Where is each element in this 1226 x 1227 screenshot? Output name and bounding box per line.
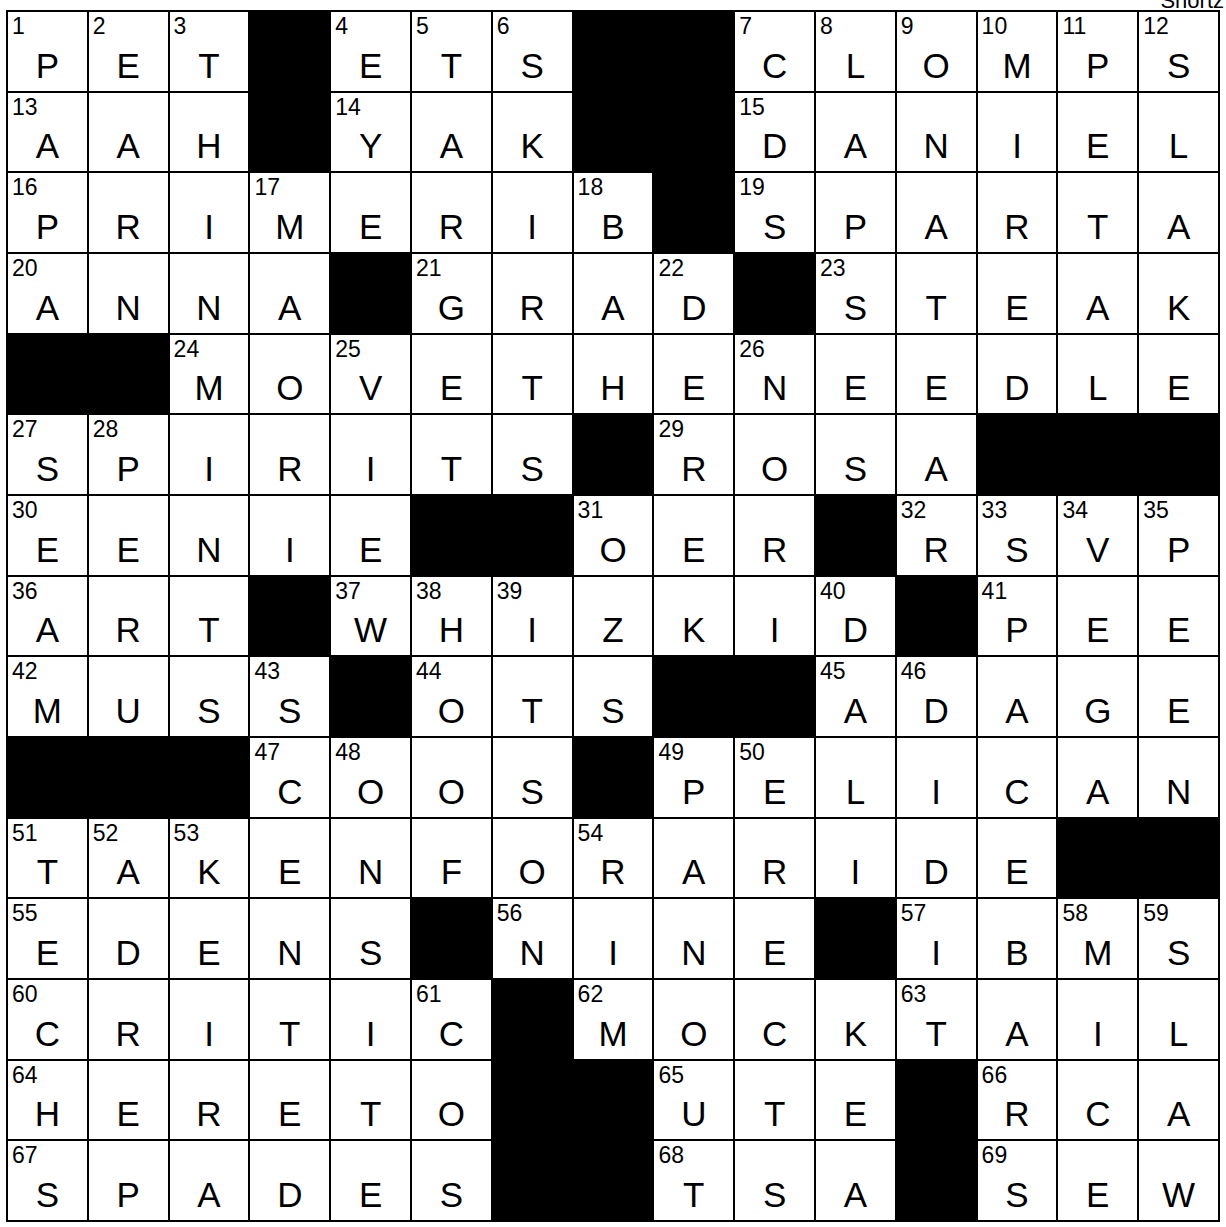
cell-r11c12[interactable]: D [897,819,976,898]
cell-r5c4[interactable]: O [250,335,329,414]
cell-r2c13[interactable]: I [978,93,1057,172]
cell-r5c6[interactable]: E [412,335,491,414]
cell-r5c15[interactable]: E [1139,335,1218,414]
cell-r12c15[interactable]: 59S [1139,899,1218,978]
cell-r4c6[interactable]: 21G [412,254,491,333]
cell-r2c1[interactable]: 13A [8,93,87,172]
cell-r2c5[interactable]: 14Y [331,93,410,172]
cell-letter: D [897,854,976,889]
cell-r3c4[interactable]: 17M [250,173,329,252]
cell-r3c3[interactable]: I [170,173,249,252]
clue-number: 60 [12,982,38,1006]
cell-r13c12[interactable]: 63T [897,980,976,1059]
black-cell [897,577,976,656]
cell-r2c3[interactable]: H [170,93,249,172]
cell-r15c2[interactable]: P [89,1141,168,1220]
cell-r10c15[interactable]: N [1139,738,1218,817]
cell-r7c8[interactable]: 31O [574,496,653,575]
cell-letter: O [331,774,410,809]
cell-letter: I [574,935,653,970]
cell-letter: A [8,290,87,325]
cell-letter: A [1058,290,1137,325]
clue-number: 49 [658,740,684,764]
cell-letter: U [654,1096,733,1131]
black-cell [250,12,329,91]
clue-number: 6 [497,14,510,38]
cell-letter: L [816,774,895,809]
clue-number: 63 [901,982,927,1006]
cell-r15c13[interactable]: 69S [978,1141,1057,1220]
cell-r12c7[interactable]: 56N [493,899,572,978]
cell-r1c15[interactable]: 12S [1139,12,1218,91]
clue-number: 42 [12,659,38,683]
cell-r3c8[interactable]: 18B [574,173,653,252]
cell-r6c4[interactable]: R [250,415,329,494]
clue-number: 20 [12,256,38,280]
cell-r8c9[interactable]: K [654,577,733,656]
cell-r15c6[interactable]: S [412,1141,491,1220]
cell-r7c14[interactable]: 34V [1058,496,1137,575]
cell-letter: S [493,774,572,809]
cell-r13c14[interactable]: I [1058,980,1137,1059]
cell-r14c2[interactable]: E [89,1061,168,1140]
cell-r12c13[interactable]: B [978,899,1057,978]
cell-r3c5[interactable]: E [331,173,410,252]
cell-r4c1[interactable]: 20A [8,254,87,333]
cell-r12c8[interactable]: I [574,899,653,978]
cell-r6c9[interactable]: 29R [654,415,733,494]
cell-r15c10[interactable]: S [735,1141,814,1220]
cell-letter: P [8,48,87,83]
clue-number: 10 [982,14,1008,38]
cell-r12c3[interactable]: E [170,899,249,978]
cell-r12c10[interactable]: E [735,899,814,978]
cell-letter: E [897,370,976,405]
cell-r2c10[interactable]: 15D [735,93,814,172]
cell-r1c7[interactable]: 6S [493,12,572,91]
clue-number: 25 [335,337,361,361]
cell-r10c11[interactable]: L [816,738,895,817]
cell-r14c15[interactable]: A [1139,1061,1218,1140]
black-cell [493,1141,572,1220]
cell-letter: R [735,854,814,889]
cell-r2c11[interactable]: A [816,93,895,172]
cell-r13c4[interactable]: T [250,980,329,1059]
cell-letter: T [735,1096,814,1131]
cell-r5c5[interactable]: 25V [331,335,410,414]
cell-r7c9[interactable]: E [654,496,733,575]
cell-letter: I [735,612,814,647]
black-cell [493,1061,572,1140]
cell-letter: S [8,1177,87,1212]
cell-r15c4[interactable]: D [250,1141,329,1220]
cell-r11c6[interactable]: F [412,819,491,898]
cell-r3c14[interactable]: T [1058,173,1137,252]
cell-r12c2[interactable]: D [89,899,168,978]
cell-r3c11[interactable]: P [816,173,895,252]
cell-r7c3[interactable]: N [170,496,249,575]
cell-r2c14[interactable]: E [1058,93,1137,172]
cell-r1c6[interactable]: 5T [412,12,491,91]
clue-number: 8 [820,14,833,38]
cell-r1c1[interactable]: 1P [8,12,87,91]
cell-letter: E [8,532,87,567]
cell-letter: T [412,451,491,486]
cell-r8c13[interactable]: 41P [978,577,1057,656]
cell-r12c14[interactable]: 58M [1058,899,1137,978]
cell-letter: T [170,612,249,647]
cell-r14c6[interactable]: O [412,1061,491,1140]
cell-letter: E [1058,128,1137,163]
cell-r15c14[interactable]: E [1058,1141,1137,1220]
cell-r9c6[interactable]: 44O [412,657,491,736]
clue-number: 44 [416,659,442,683]
clue-number: 45 [820,659,846,683]
cell-r14c9[interactable]: 65U [654,1061,733,1140]
cell-r9c14[interactable]: G [1058,657,1137,736]
clue-number: 57 [901,901,927,925]
cell-letter: S [1139,48,1218,83]
cell-r7c13[interactable]: 33S [978,496,1057,575]
cell-letter: O [412,774,491,809]
cell-r10c10[interactable]: 50E [735,738,814,817]
cell-r1c10[interactable]: 7C [735,12,814,91]
cell-letter: A [816,128,895,163]
cell-r4c12[interactable]: T [897,254,976,333]
black-cell [412,496,491,575]
cell-r3c2[interactable]: R [89,173,168,252]
cell-r11c10[interactable]: R [735,819,814,898]
cell-r11c13[interactable]: E [978,819,1057,898]
cell-letter: R [978,1096,1057,1131]
cell-r8c7[interactable]: 39I [493,577,572,656]
cell-letter: B [978,935,1057,970]
cell-r13c9[interactable]: O [654,980,733,1059]
cell-r13c1[interactable]: 60C [8,980,87,1059]
cell-r6c10[interactable]: O [735,415,814,494]
cell-r9c15[interactable]: E [1139,657,1218,736]
cell-r13c6[interactable]: 61C [412,980,491,1059]
cell-letter: R [89,612,168,647]
clue-number: 15 [739,95,765,119]
cell-letter: E [978,854,1057,889]
cell-letter: A [897,209,976,244]
cell-r13c5[interactable]: I [331,980,410,1059]
cell-letter: A [412,128,491,163]
cell-r4c3[interactable]: N [170,254,249,333]
cell-r10c13[interactable]: C [978,738,1057,817]
cell-r9c12[interactable]: 46D [897,657,976,736]
cell-letter: I [897,774,976,809]
cell-r10c9[interactable]: 49P [654,738,733,817]
cell-r1c2[interactable]: 2E [89,12,168,91]
cell-letter: L [1139,128,1218,163]
cell-r1c11[interactable]: 8L [816,12,895,91]
cell-r5c3[interactable]: 24M [170,335,249,414]
cell-r1c5[interactable]: 4E [331,12,410,91]
cell-r9c4[interactable]: 43S [250,657,329,736]
cell-r5c11[interactable]: E [816,335,895,414]
black-cell [8,335,87,414]
cell-r5c9[interactable]: E [654,335,733,414]
clue-number: 52 [93,821,119,845]
cell-r4c15[interactable]: K [1139,254,1218,333]
clue-number: 13 [12,95,38,119]
cell-r5c12[interactable]: E [897,335,976,414]
cell-r13c10[interactable]: C [735,980,814,1059]
cell-r5c14[interactable]: L [1058,335,1137,414]
cell-letter: R [250,451,329,486]
cell-letter: L [1058,370,1137,405]
cell-r10c12[interactable]: I [897,738,976,817]
cell-letter: M [574,1016,653,1051]
cell-letter: P [1058,48,1137,83]
cell-r11c5[interactable]: N [331,819,410,898]
cell-r6c11[interactable]: S [816,415,895,494]
cell-r15c5[interactable]: E [331,1141,410,1220]
cell-r4c8[interactable]: A [574,254,653,333]
cell-r2c12[interactable]: N [897,93,976,172]
cell-r14c4[interactable]: E [250,1061,329,1140]
cell-letter: A [170,1177,249,1212]
cell-letter: V [331,370,410,405]
cell-r6c5[interactable]: I [331,415,410,494]
cell-r4c14[interactable]: A [1058,254,1137,333]
clue-number: 28 [93,417,119,441]
cell-letter: A [897,451,976,486]
cell-r14c13[interactable]: 66R [978,1061,1057,1140]
cell-r15c15[interactable]: W [1139,1141,1218,1220]
clue-number: 55 [12,901,38,925]
cell-r12c4[interactable]: N [250,899,329,978]
cell-r11c3[interactable]: 53K [170,819,249,898]
cell-r6c1[interactable]: 27S [8,415,87,494]
cell-r8c1[interactable]: 36A [8,577,87,656]
cell-letter: P [89,451,168,486]
cell-r9c7[interactable]: T [493,657,572,736]
cell-r7c12[interactable]: 32R [897,496,976,575]
cell-r15c3[interactable]: A [170,1141,249,1220]
cell-r14c1[interactable]: 64H [8,1061,87,1140]
cell-r14c14[interactable]: C [1058,1061,1137,1140]
cell-r3c15[interactable]: A [1139,173,1218,252]
clue-number: 62 [578,982,604,1006]
clue-number: 69 [982,1143,1008,1167]
cell-r9c3[interactable]: S [170,657,249,736]
cell-r2c2[interactable]: A [89,93,168,172]
clue-number: 17 [254,175,280,199]
cell-letter: E [654,532,733,567]
cell-letter: E [331,48,410,83]
cell-letter: A [978,1016,1057,1051]
cell-r1c13[interactable]: 10M [978,12,1057,91]
cell-letter: K [1139,290,1218,325]
cell-letter: P [1139,532,1218,567]
cell-letter: I [170,1016,249,1051]
cell-letter: R [170,1096,249,1131]
cell-letter: E [331,532,410,567]
cell-r4c4[interactable]: A [250,254,329,333]
cell-letter: O [493,854,572,889]
cell-r13c11[interactable]: K [816,980,895,1059]
cell-r8c3[interactable]: T [170,577,249,656]
cell-r11c7[interactable]: O [493,819,572,898]
cell-r6c12[interactable]: A [897,415,976,494]
cell-r3c10[interactable]: 19S [735,173,814,252]
cell-r9c2[interactable]: U [89,657,168,736]
cell-r1c12[interactable]: 9O [897,12,976,91]
cell-letter: A [8,128,87,163]
cell-r10c6[interactable]: O [412,738,491,817]
cell-r6c6[interactable]: T [412,415,491,494]
clue-number: 67 [12,1143,38,1167]
cell-r10c14[interactable]: A [1058,738,1137,817]
cell-r9c13[interactable]: A [978,657,1057,736]
cell-r8c10[interactable]: I [735,577,814,656]
cell-r15c11[interactable]: A [816,1141,895,1220]
clue-number: 7 [739,14,752,38]
cell-r8c8[interactable]: Z [574,577,653,656]
cell-letter: A [250,290,329,325]
black-cell [654,657,733,736]
cell-r7c15[interactable]: 35P [1139,496,1218,575]
cell-r3c1[interactable]: 16P [8,173,87,252]
cell-r13c13[interactable]: A [978,980,1057,1059]
cell-r6c2[interactable]: 28P [89,415,168,494]
cell-r14c11[interactable]: E [816,1061,895,1140]
cell-r11c2[interactable]: 52A [89,819,168,898]
cell-r3c13[interactable]: R [978,173,1057,252]
cell-letter: D [816,612,895,647]
cell-letter: P [8,209,87,244]
cell-r4c7[interactable]: R [493,254,572,333]
cell-letter: T [8,854,87,889]
cell-letter: S [412,1177,491,1212]
cell-r2c7[interactable]: K [493,93,572,172]
cell-r14c10[interactable]: T [735,1061,814,1140]
clue-number: 65 [658,1063,684,1087]
clue-number: 61 [416,982,442,1006]
cell-r6c7[interactable]: S [493,415,572,494]
cell-letter: E [412,370,491,405]
cell-r8c6[interactable]: 38H [412,577,491,656]
cell-r1c14[interactable]: 11P [1058,12,1137,91]
cell-r13c3[interactable]: I [170,980,249,1059]
cell-r9c11[interactable]: 45A [816,657,895,736]
cell-r7c10[interactable]: R [735,496,814,575]
cell-r4c9[interactable]: 22D [654,254,733,333]
cell-r3c6[interactable]: R [412,173,491,252]
cell-letter: S [574,693,653,728]
cell-r8c15[interactable]: E [1139,577,1218,656]
cell-r12c1[interactable]: 55E [8,899,87,978]
cell-letter: E [1058,1177,1137,1212]
cell-r14c5[interactable]: T [331,1061,410,1140]
cell-r12c9[interactable]: N [654,899,733,978]
cell-r15c1[interactable]: 67S [8,1141,87,1220]
cell-letter: A [816,1177,895,1212]
cell-r4c11[interactable]: 23S [816,254,895,333]
cell-r12c5[interactable]: S [331,899,410,978]
cell-r10c7[interactable]: S [493,738,572,817]
black-cell [89,335,168,414]
cell-r4c13[interactable]: E [978,254,1057,333]
cell-r7c2[interactable]: E [89,496,168,575]
cell-r1c3[interactable]: 3T [170,12,249,91]
cell-r6c3[interactable]: I [170,415,249,494]
cell-r13c8[interactable]: 62M [574,980,653,1059]
black-cell [1058,819,1137,898]
cell-r3c7[interactable]: I [493,173,572,252]
cell-letter: O [897,48,976,83]
cell-r11c11[interactable]: I [816,819,895,898]
cell-r11c4[interactable]: E [250,819,329,898]
clue-number: 54 [578,821,604,845]
cell-r8c11[interactable]: 40D [816,577,895,656]
cell-r9c8[interactable]: S [574,657,653,736]
black-cell [250,577,329,656]
cell-r3c12[interactable]: A [897,173,976,252]
cell-r12c12[interactable]: 57I [897,899,976,978]
black-cell [331,657,410,736]
clue-number: 4 [335,14,348,38]
cell-r15c9[interactable]: 68T [654,1141,733,1220]
cell-letter: S [170,693,249,728]
cell-r14c3[interactable]: R [170,1061,249,1140]
cell-r5c10[interactable]: 26N [735,335,814,414]
crossword-grid: 1P2E3T4E5T6S7C8L9O10M11P12S13AAH14YAK15D… [6,10,1220,1222]
cell-r5c8[interactable]: H [574,335,653,414]
cell-r13c15[interactable]: L [1139,980,1218,1059]
cell-letter: N [654,935,733,970]
cell-r2c15[interactable]: L [1139,93,1218,172]
cell-r11c1[interactable]: 51T [8,819,87,898]
cell-r11c9[interactable]: A [654,819,733,898]
cell-letter: S [493,451,572,486]
cell-letter: N [89,290,168,325]
cell-r9c1[interactable]: 42M [8,657,87,736]
cell-r11c8[interactable]: 54R [574,819,653,898]
cell-letter: S [735,1177,814,1212]
cell-r5c13[interactable]: D [978,335,1057,414]
cell-r2c6[interactable]: A [412,93,491,172]
cell-r13c2[interactable]: R [89,980,168,1059]
cell-r7c4[interactable]: I [250,496,329,575]
clue-number: 58 [1062,901,1088,925]
cell-r8c5[interactable]: 37W [331,577,410,656]
cell-r8c2[interactable]: R [89,577,168,656]
cell-r7c5[interactable]: E [331,496,410,575]
clue-number: 9 [901,14,914,38]
cell-letter: S [816,451,895,486]
cell-letter: T [331,1096,410,1131]
cell-r7c1[interactable]: 30E [8,496,87,575]
cell-letter: A [1139,1096,1218,1131]
cell-letter: R [735,532,814,567]
clue-number: 51 [12,821,38,845]
cell-letter: P [654,774,733,809]
black-cell [735,254,814,333]
cell-letter: T [493,370,572,405]
cell-r5c7[interactable]: T [493,335,572,414]
black-cell [1139,819,1218,898]
cell-r8c14[interactable]: E [1058,577,1137,656]
cell-r4c2[interactable]: N [89,254,168,333]
cell-r10c5[interactable]: 48O [331,738,410,817]
clue-number: 36 [12,579,38,603]
cell-r10c4[interactable]: 47C [250,738,329,817]
clue-number: 26 [739,337,765,361]
